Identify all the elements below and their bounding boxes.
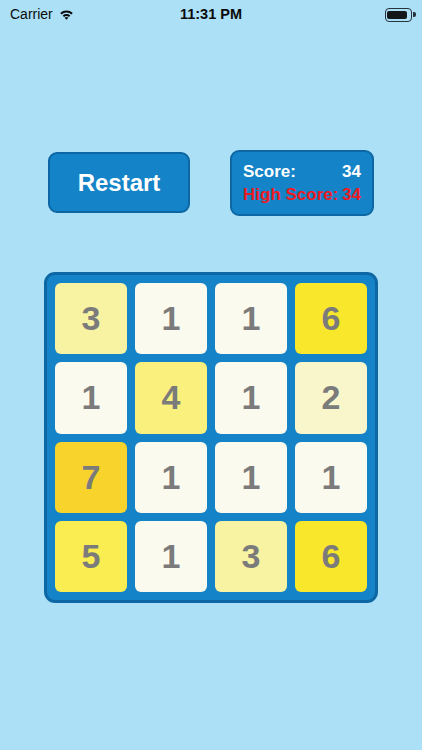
tile-r3c2: 1 [135,442,207,513]
high-score-value: 34 [342,186,361,203]
tile-r3c4: 1 [295,442,367,513]
tile-r2c3: 1 [215,362,287,433]
status-bar: Carrier 11:31 PM [0,0,422,30]
score-row: Score: 34 [243,163,361,180]
battery-icon [385,8,412,22]
tile-r3c3: 1 [215,442,287,513]
clock: 11:31 PM [0,6,422,22]
tile-r1c3: 1 [215,283,287,354]
tile-r1c1: 3 [55,283,127,354]
tile-r4c1: 5 [55,521,127,592]
score-label: Score: [243,163,296,180]
game-board[interactable]: 3116141271115136 [44,272,378,603]
tile-r4c2: 1 [135,521,207,592]
app-screen: Carrier 11:31 PM Restart Score: 34 High … [0,0,422,750]
score-value: 34 [342,163,361,180]
restart-button-label: Restart [78,169,161,197]
high-score-label: High Score: [243,186,338,203]
restart-button[interactable]: Restart [48,152,190,213]
tile-r4c4: 6 [295,521,367,592]
tile-r1c4: 6 [295,283,367,354]
tile-r2c4: 2 [295,362,367,433]
tile-r4c3: 3 [215,521,287,592]
tile-r2c2: 4 [135,362,207,433]
tile-r1c2: 1 [135,283,207,354]
high-score-row: High Score: 34 [243,186,361,203]
tile-r3c1: 7 [55,442,127,513]
tile-r2c1: 1 [55,362,127,433]
score-panel: Score: 34 High Score: 34 [230,150,374,216]
